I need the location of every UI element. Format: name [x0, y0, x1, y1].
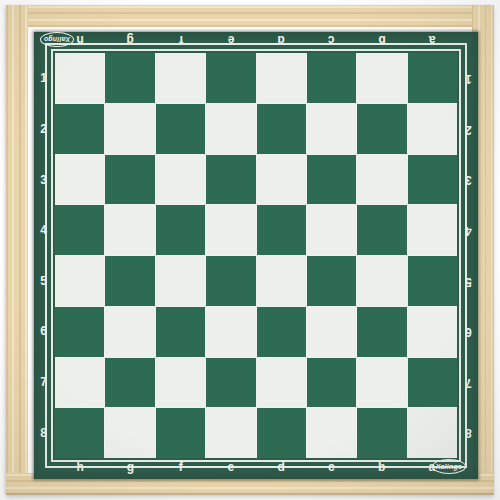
square-d6[interactable] — [257, 307, 306, 357]
square-h8[interactable] — [55, 408, 104, 458]
square-a3[interactable] — [408, 155, 457, 205]
square-h5[interactable] — [55, 256, 104, 306]
square-d1[interactable] — [257, 53, 306, 103]
square-a4[interactable] — [408, 205, 457, 255]
square-b7[interactable] — [357, 358, 406, 408]
square-c3[interactable] — [307, 155, 356, 205]
square-d7[interactable] — [257, 358, 306, 408]
square-h6[interactable] — [55, 307, 104, 357]
wooden-frame-left — [6, 5, 28, 473]
square-f4[interactable] — [156, 205, 205, 255]
square-d3[interactable] — [257, 155, 306, 205]
square-b1[interactable] — [357, 53, 406, 103]
square-e5[interactable] — [206, 256, 255, 306]
square-f7[interactable] — [156, 358, 205, 408]
square-b8[interactable] — [357, 408, 406, 458]
square-e8[interactable] — [206, 408, 255, 458]
square-c5[interactable] — [307, 256, 356, 306]
square-f6[interactable] — [156, 307, 205, 357]
square-g8[interactable] — [105, 408, 154, 458]
square-b6[interactable] — [357, 307, 406, 357]
square-e2[interactable] — [206, 104, 255, 154]
square-d4[interactable] — [257, 205, 306, 255]
square-g7[interactable] — [105, 358, 154, 408]
square-f1[interactable] — [156, 53, 205, 103]
square-f8[interactable] — [156, 408, 205, 458]
square-b3[interactable] — [357, 155, 406, 205]
square-c2[interactable] — [307, 104, 356, 154]
square-b5[interactable] — [357, 256, 406, 306]
square-b4[interactable] — [357, 205, 406, 255]
square-f2[interactable] — [156, 104, 205, 154]
square-a7[interactable] — [408, 358, 457, 408]
square-e7[interactable] — [206, 358, 255, 408]
square-e1[interactable] — [206, 53, 255, 103]
square-c6[interactable] — [307, 307, 356, 357]
square-g6[interactable] — [105, 307, 154, 357]
square-d5[interactable] — [257, 256, 306, 306]
square-h7[interactable] — [55, 358, 104, 408]
square-a5[interactable] — [408, 256, 457, 306]
square-a1[interactable] — [408, 53, 457, 103]
square-e4[interactable] — [206, 205, 255, 255]
square-h2[interactable] — [55, 104, 104, 154]
square-g3[interactable] — [105, 155, 154, 205]
square-a8[interactable] — [408, 408, 457, 458]
chessboard-grid — [55, 53, 457, 458]
square-e6[interactable] — [206, 307, 255, 357]
square-d2[interactable] — [257, 104, 306, 154]
square-d8[interactable] — [257, 408, 306, 458]
square-b2[interactable] — [357, 104, 406, 154]
wooden-frame: Xalingo Xalingo hgfedcba hgfedcba 123456… — [6, 5, 494, 495]
wooden-frame-top — [28, 5, 472, 27]
square-a2[interactable] — [408, 104, 457, 154]
square-h4[interactable] — [55, 205, 104, 255]
square-c1[interactable] — [307, 53, 356, 103]
board-surface: Xalingo Xalingo hgfedcba hgfedcba 123456… — [34, 32, 478, 479]
square-a6[interactable] — [408, 307, 457, 357]
square-g5[interactable] — [105, 256, 154, 306]
square-g4[interactable] — [105, 205, 154, 255]
product-photo: Xalingo Xalingo hgfedcba hgfedcba 123456… — [0, 0, 500, 500]
square-e3[interactable] — [206, 155, 255, 205]
square-c8[interactable] — [307, 408, 356, 458]
square-h1[interactable] — [55, 53, 104, 103]
square-c4[interactable] — [307, 205, 356, 255]
square-f3[interactable] — [156, 155, 205, 205]
square-h3[interactable] — [55, 155, 104, 205]
square-g2[interactable] — [105, 104, 154, 154]
square-f5[interactable] — [156, 256, 205, 306]
square-c7[interactable] — [307, 358, 356, 408]
square-g1[interactable] — [105, 53, 154, 103]
